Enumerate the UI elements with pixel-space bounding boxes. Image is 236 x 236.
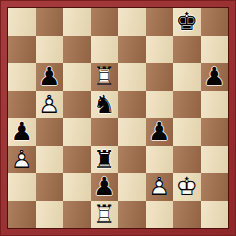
square-h4[interactable] bbox=[201, 118, 229, 146]
white-king-outline-glyph: ♔ bbox=[173, 173, 200, 200]
square-a1[interactable] bbox=[8, 201, 36, 229]
white-rook[interactable]: ♜♖ bbox=[91, 201, 118, 228]
square-f4[interactable]: ♟ bbox=[146, 118, 174, 146]
square-c1[interactable] bbox=[63, 201, 91, 229]
board-frame: ♚♟♜♖♟♟♙♞♟♟♟♙♜♟♟♙♚♔♜♖ bbox=[0, 0, 236, 236]
square-g3[interactable] bbox=[173, 146, 201, 174]
square-a6[interactable] bbox=[8, 63, 36, 91]
square-f7[interactable] bbox=[146, 36, 174, 64]
white-pawn-outline-glyph: ♙ bbox=[146, 173, 173, 200]
square-e3[interactable] bbox=[118, 146, 146, 174]
black-knight[interactable]: ♞ bbox=[91, 91, 118, 118]
black-rook-glyph: ♜ bbox=[91, 146, 118, 173]
square-f2[interactable]: ♟♙ bbox=[146, 173, 174, 201]
square-c3[interactable] bbox=[63, 146, 91, 174]
square-e2[interactable] bbox=[118, 173, 146, 201]
square-d8[interactable] bbox=[91, 8, 119, 36]
square-f6[interactable] bbox=[146, 63, 174, 91]
white-rook-outline-glyph: ♖ bbox=[91, 63, 118, 90]
black-pawn[interactable]: ♟ bbox=[201, 63, 228, 90]
square-e8[interactable] bbox=[118, 8, 146, 36]
black-pawn[interactable]: ♟ bbox=[36, 63, 63, 90]
square-e6[interactable] bbox=[118, 63, 146, 91]
square-b7[interactable] bbox=[36, 36, 64, 64]
square-g7[interactable] bbox=[173, 36, 201, 64]
square-g4[interactable] bbox=[173, 118, 201, 146]
square-h5[interactable] bbox=[201, 91, 229, 119]
black-pawn-glyph: ♟ bbox=[146, 118, 173, 145]
square-b4[interactable] bbox=[36, 118, 64, 146]
square-a7[interactable] bbox=[8, 36, 36, 64]
square-h2[interactable] bbox=[201, 173, 229, 201]
square-c5[interactable] bbox=[63, 91, 91, 119]
square-c6[interactable] bbox=[63, 63, 91, 91]
square-a5[interactable] bbox=[8, 91, 36, 119]
black-pawn[interactable]: ♟ bbox=[91, 173, 118, 200]
square-d7[interactable] bbox=[91, 36, 119, 64]
square-g1[interactable] bbox=[173, 201, 201, 229]
square-g5[interactable] bbox=[173, 91, 201, 119]
square-e1[interactable] bbox=[118, 201, 146, 229]
square-h8[interactable] bbox=[201, 8, 229, 36]
black-pawn[interactable]: ♟ bbox=[8, 118, 35, 145]
black-pawn-glyph: ♟ bbox=[91, 173, 118, 200]
black-pawn-glyph: ♟ bbox=[36, 63, 63, 90]
square-d1[interactable]: ♜♖ bbox=[91, 201, 119, 229]
square-g2[interactable]: ♚♔ bbox=[173, 173, 201, 201]
square-c4[interactable] bbox=[63, 118, 91, 146]
square-e4[interactable] bbox=[118, 118, 146, 146]
square-f3[interactable] bbox=[146, 146, 174, 174]
square-b2[interactable] bbox=[36, 173, 64, 201]
square-b3[interactable] bbox=[36, 146, 64, 174]
square-h7[interactable] bbox=[201, 36, 229, 64]
square-a2[interactable] bbox=[8, 173, 36, 201]
square-h3[interactable] bbox=[201, 146, 229, 174]
chess-board: ♚♟♜♖♟♟♙♞♟♟♟♙♜♟♟♙♚♔♜♖ bbox=[7, 7, 229, 229]
square-h1[interactable] bbox=[201, 201, 229, 229]
black-pawn-glyph: ♟ bbox=[201, 63, 228, 90]
black-pawn[interactable]: ♟ bbox=[146, 118, 173, 145]
square-g8[interactable]: ♚ bbox=[173, 8, 201, 36]
white-pawn[interactable]: ♟♙ bbox=[8, 146, 35, 173]
black-pawn-glyph: ♟ bbox=[8, 118, 35, 145]
square-h6[interactable]: ♟ bbox=[201, 63, 229, 91]
square-d6[interactable]: ♜♖ bbox=[91, 63, 119, 91]
square-b6[interactable]: ♟ bbox=[36, 63, 64, 91]
square-a3[interactable]: ♟♙ bbox=[8, 146, 36, 174]
square-g6[interactable] bbox=[173, 63, 201, 91]
square-b1[interactable] bbox=[36, 201, 64, 229]
white-king[interactable]: ♚♔ bbox=[173, 173, 200, 200]
square-f1[interactable] bbox=[146, 201, 174, 229]
white-pawn[interactable]: ♟♙ bbox=[146, 173, 173, 200]
square-b8[interactable] bbox=[36, 8, 64, 36]
white-rook-outline-glyph: ♖ bbox=[91, 201, 118, 228]
square-d2[interactable]: ♟ bbox=[91, 173, 119, 201]
black-rook[interactable]: ♜ bbox=[91, 146, 118, 173]
white-pawn-outline-glyph: ♙ bbox=[36, 91, 63, 118]
square-d5[interactable]: ♞ bbox=[91, 91, 119, 119]
square-f8[interactable] bbox=[146, 8, 174, 36]
white-pawn[interactable]: ♟♙ bbox=[36, 91, 63, 118]
square-a8[interactable] bbox=[8, 8, 36, 36]
square-f5[interactable] bbox=[146, 91, 174, 119]
square-e5[interactable] bbox=[118, 91, 146, 119]
square-c7[interactable] bbox=[63, 36, 91, 64]
square-a4[interactable]: ♟ bbox=[8, 118, 36, 146]
white-rook[interactable]: ♜♖ bbox=[91, 63, 118, 90]
white-pawn-outline-glyph: ♙ bbox=[8, 146, 35, 173]
black-knight-glyph: ♞ bbox=[91, 91, 118, 118]
square-e7[interactable] bbox=[118, 36, 146, 64]
black-king-glyph: ♚ bbox=[173, 8, 200, 35]
square-d3[interactable]: ♜ bbox=[91, 146, 119, 174]
square-c2[interactable] bbox=[63, 173, 91, 201]
square-d4[interactable] bbox=[91, 118, 119, 146]
black-king[interactable]: ♚ bbox=[173, 8, 200, 35]
square-b5[interactable]: ♟♙ bbox=[36, 91, 64, 119]
square-c8[interactable] bbox=[63, 8, 91, 36]
